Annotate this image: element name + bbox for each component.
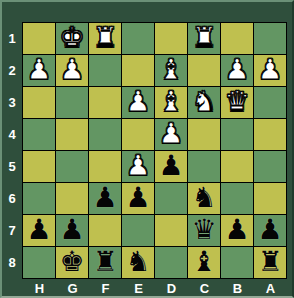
square-d3[interactable]: ♝ [155,87,187,118]
white-queen-icon: ♛ [224,88,249,116]
square-g2[interactable]: ♟ [56,55,88,86]
square-e4[interactable] [122,119,154,150]
black-pawn-icon: ♟ [158,152,183,180]
file-labels: HGFEDCBA [23,280,287,298]
square-h5[interactable] [23,151,55,182]
square-a3[interactable] [254,87,286,118]
square-f6[interactable]: ♟ [89,183,121,214]
black-knight-icon: ♞ [191,184,216,212]
file-label-f: F [89,280,122,298]
white-knight-icon: ♞ [191,88,216,116]
white-pawn-icon: ♟ [59,56,84,84]
square-f2[interactable] [89,55,121,86]
rank-label-8: 8 [2,247,22,279]
file-label-c: C [188,280,221,298]
square-d1[interactable] [155,23,187,54]
square-h4[interactable] [23,119,55,150]
rank-label-3: 3 [2,87,22,119]
square-c4[interactable] [188,119,220,150]
square-b5[interactable] [221,151,253,182]
white-rook-icon: ♜ [92,24,117,52]
square-d2[interactable]: ♝ [155,55,187,86]
chess-board: ♚♜♜♟♟♝♟♟♟♝♞♛♟♟♟♟♟♞♟♟♛♟♟♚♜♞♝♜ [22,22,287,279]
black-bishop-icon: ♝ [191,248,216,276]
white-pawn-icon: ♟ [125,88,150,116]
white-pawn-icon: ♟ [224,56,249,84]
square-h7[interactable]: ♟ [23,215,55,246]
white-pawn-icon: ♟ [257,56,282,84]
square-e3[interactable]: ♟ [122,87,154,118]
square-e5[interactable]: ♟ [122,151,154,182]
rank-label-7: 7 [2,215,22,247]
square-e6[interactable]: ♟ [122,183,154,214]
square-g8[interactable]: ♚ [56,247,88,278]
square-b6[interactable] [221,183,253,214]
file-label-d: D [155,280,188,298]
square-a1[interactable] [254,23,286,54]
square-h3[interactable] [23,87,55,118]
square-a8[interactable]: ♜ [254,247,286,278]
file-label-g: G [56,280,89,298]
square-h2[interactable]: ♟ [23,55,55,86]
chess-board-window: 12345678 ♚♜♜♟♟♝♟♟♟♝♞♛♟♟♟♟♟♞♟♟♛♟♟♚♜♞♝♜ HG… [0,0,294,298]
square-c2[interactable] [188,55,220,86]
square-f7[interactable] [89,215,121,246]
square-e2[interactable] [122,55,154,86]
square-c7[interactable]: ♛ [188,215,220,246]
black-rook-icon: ♜ [92,248,117,276]
square-c3[interactable]: ♞ [188,87,220,118]
rank-label-5: 5 [2,151,22,183]
square-a4[interactable] [254,119,286,150]
white-king-icon: ♚ [59,24,84,52]
white-pawn-icon: ♟ [158,120,183,148]
black-pawn-icon: ♟ [92,184,117,212]
square-c1[interactable]: ♜ [188,23,220,54]
black-pawn-icon: ♟ [224,216,249,244]
black-king-icon: ♚ [59,248,84,276]
square-h1[interactable] [23,23,55,54]
white-pawn-icon: ♟ [26,56,51,84]
square-a5[interactable] [254,151,286,182]
square-c5[interactable] [188,151,220,182]
square-b8[interactable] [221,247,253,278]
square-e8[interactable]: ♞ [122,247,154,278]
square-d5[interactable]: ♟ [155,151,187,182]
black-pawn-icon: ♟ [26,216,51,244]
square-g3[interactable] [56,87,88,118]
white-bishop-icon: ♝ [158,56,183,84]
rank-label-6: 6 [2,183,22,215]
white-rook-icon: ♜ [191,24,216,52]
black-pawn-icon: ♟ [257,216,282,244]
white-pawn-icon: ♟ [125,152,150,180]
square-f5[interactable] [89,151,121,182]
square-b4[interactable] [221,119,253,150]
rank-label-2: 2 [2,55,22,87]
square-d6[interactable] [155,183,187,214]
white-bishop-icon: ♝ [158,88,183,116]
file-label-a: A [254,280,287,298]
square-a2[interactable]: ♟ [254,55,286,86]
square-b3[interactable]: ♛ [221,87,253,118]
square-e7[interactable] [122,215,154,246]
square-b1[interactable] [221,23,253,54]
square-a6[interactable] [254,183,286,214]
square-d7[interactable] [155,215,187,246]
square-c6[interactable]: ♞ [188,183,220,214]
file-label-e: E [122,280,155,298]
square-g5[interactable] [56,151,88,182]
square-d8[interactable] [155,247,187,278]
square-e1[interactable] [122,23,154,54]
black-knight-icon: ♞ [125,248,150,276]
square-g7[interactable]: ♟ [56,215,88,246]
rank-label-4: 4 [2,119,22,151]
black-queen-icon: ♛ [191,216,216,244]
square-g4[interactable] [56,119,88,150]
black-pawn-icon: ♟ [125,184,150,212]
square-b7[interactable]: ♟ [221,215,253,246]
square-a7[interactable]: ♟ [254,215,286,246]
square-g1[interactable]: ♚ [56,23,88,54]
black-pawn-icon: ♟ [59,216,84,244]
square-h6[interactable] [23,183,55,214]
square-d4[interactable]: ♟ [155,119,187,150]
square-f1[interactable]: ♜ [89,23,121,54]
file-label-b: B [221,280,254,298]
square-f3[interactable] [89,87,121,118]
square-g6[interactable] [56,183,88,214]
square-h8[interactable] [23,247,55,278]
square-b2[interactable]: ♟ [221,55,253,86]
rank-label-1: 1 [2,23,22,55]
square-c8[interactable]: ♝ [188,247,220,278]
black-rook-icon: ♜ [257,248,282,276]
rank-labels: 12345678 [2,23,22,279]
square-f8[interactable]: ♜ [89,247,121,278]
file-label-h: H [23,280,56,298]
square-f4[interactable] [89,119,121,150]
